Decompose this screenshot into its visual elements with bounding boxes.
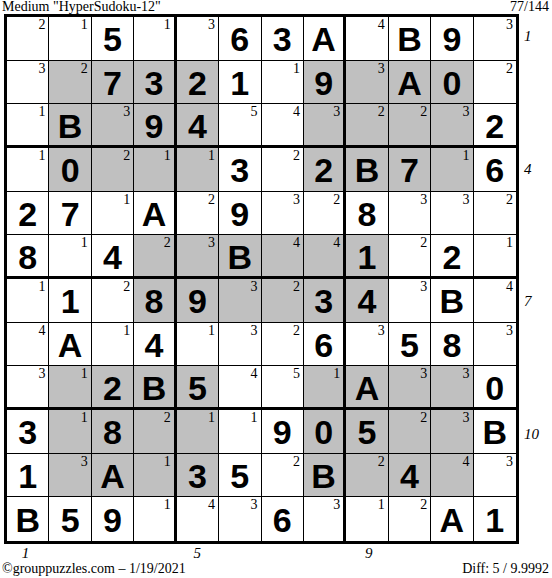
cell-r8c11[interactable]: 8 xyxy=(431,323,473,367)
cell-r4c12[interactable]: 6 xyxy=(474,148,516,192)
cell-r6c8[interactable]: 4 xyxy=(304,235,346,279)
cell-r7c1[interactable]: 1 xyxy=(7,279,49,323)
cell-value: 5 xyxy=(346,410,387,453)
cell-r3c11[interactable]: 3 xyxy=(431,104,473,148)
cell-r6c9[interactable]: 1 xyxy=(346,235,388,279)
pencil-mark: 3 xyxy=(420,193,427,207)
cell-value: 0 xyxy=(474,366,516,407)
cell-value: B xyxy=(219,235,260,276)
cell-value: B xyxy=(304,454,343,497)
pencil-mark: 4 xyxy=(38,324,45,338)
cell-r5c1[interactable]: 2 xyxy=(7,192,49,236)
cell-r4c5[interactable]: 1 xyxy=(177,148,219,192)
pencil-mark: 2 xyxy=(81,62,88,76)
cell-r7c4[interactable]: 8 xyxy=(134,279,176,323)
copyright-text: ©grouppuzzles.com – 1/19/2021 xyxy=(2,561,186,576)
cell-value: A xyxy=(346,366,387,407)
pencil-mark: 1 xyxy=(506,236,513,250)
cell-r12c4[interactable]: 1 xyxy=(134,497,176,541)
cell-r11c10[interactable]: 4 xyxy=(389,454,431,498)
cell-r2c4[interactable]: 3 xyxy=(134,61,176,105)
pencil-mark: 2 xyxy=(420,105,427,119)
cell-value: 5 xyxy=(49,497,90,541)
cell-value: 5 xyxy=(389,323,430,366)
cell-value: B xyxy=(346,148,387,191)
cell-r8c6[interactable]: 3 xyxy=(219,323,261,367)
cell-r8c12[interactable]: 3 xyxy=(474,323,516,367)
cell-r6c6[interactable]: B xyxy=(219,235,261,279)
cell-r9c5[interactable]: 5 xyxy=(177,366,219,410)
pencil-mark: 2 xyxy=(123,149,130,163)
cell-r1c3[interactable]: 5 xyxy=(92,17,134,61)
pencil-mark: 1 xyxy=(208,411,215,425)
cell-r11c2[interactable]: 3 xyxy=(49,454,91,498)
cell-r12c1[interactable]: B xyxy=(7,497,49,541)
cell-r2c7[interactable]: 1 xyxy=(262,61,304,105)
pencil-mark: 1 xyxy=(208,324,215,338)
cell-r5c10[interactable]: 3 xyxy=(389,192,431,236)
cell-value: 2 xyxy=(304,148,343,191)
difficulty-text: Diff: 5 / 9.9992 xyxy=(462,561,549,576)
cell-r3c3[interactable]: 3 xyxy=(92,104,134,148)
cell-r7c10[interactable]: 3 xyxy=(389,279,431,323)
cell-value: B xyxy=(474,410,516,453)
cell-r2c10[interactable]: A xyxy=(389,61,431,105)
cell-r10c11[interactable]: 3 xyxy=(431,410,473,454)
cell-value: 5 xyxy=(219,454,260,497)
cell-value: B xyxy=(49,104,90,145)
pencil-mark: 3 xyxy=(251,324,258,338)
cell-r10c12[interactable]: B xyxy=(474,410,516,454)
pencil-mark: 2 xyxy=(293,455,300,469)
cell-r1c6[interactable]: 6 xyxy=(219,17,261,61)
cell-r6c2[interactable]: 1 xyxy=(49,235,91,279)
cell-r6c5[interactable]: 3 xyxy=(177,235,219,279)
cell-r4c8[interactable]: 2 xyxy=(304,148,346,192)
cell-r4c3[interactable]: 2 xyxy=(92,148,134,192)
pencil-mark: 1 xyxy=(81,411,88,425)
cell-r7c3[interactable]: 2 xyxy=(92,279,134,323)
cell-r2c5[interactable]: 2 xyxy=(177,61,219,105)
cell-value: 9 xyxy=(262,410,303,453)
cell-value: 0 xyxy=(304,410,343,453)
cell-r3c12[interactable]: 2 xyxy=(474,104,516,148)
cell-value: 3 xyxy=(177,454,218,497)
cell-r8c10[interactable]: 5 xyxy=(389,323,431,367)
pencil-mark: 3 xyxy=(463,367,470,381)
cell-value: 9 xyxy=(134,104,173,145)
cell-r2c9[interactable]: 3 xyxy=(346,61,388,105)
pencil-mark: 1 xyxy=(123,193,130,207)
row-label-1: 1 xyxy=(524,28,532,44)
cell-r12c8[interactable]: 3 xyxy=(304,497,346,541)
cell-r9c1[interactable]: 3 xyxy=(7,366,49,410)
cell-r8c1[interactable]: 4 xyxy=(7,323,49,367)
cell-r5c3[interactable]: 1 xyxy=(92,192,134,236)
pencil-mark: 1 xyxy=(164,498,171,512)
pencil-mark: 5 xyxy=(293,367,300,381)
cell-r7c5[interactable]: 9 xyxy=(177,279,219,323)
pencil-mark: 3 xyxy=(251,280,258,294)
pencil-mark: 3 xyxy=(463,193,470,207)
cell-value: 7 xyxy=(92,61,133,104)
pencil-mark: 3 xyxy=(420,280,427,294)
cell-value: 8 xyxy=(346,192,387,235)
pencil-mark: 1 xyxy=(123,324,130,338)
cell-r9c11[interactable]: 3 xyxy=(431,366,473,410)
cell-r10c1[interactable]: 3 xyxy=(7,410,49,454)
cell-value: 4 xyxy=(177,104,218,145)
cell-r4c11[interactable]: 1 xyxy=(431,148,473,192)
cell-value: 1 xyxy=(49,279,90,322)
cell-value: 1 xyxy=(346,235,387,276)
cell-r9c3[interactable]: 2 xyxy=(92,366,134,410)
pencil-mark: 3 xyxy=(463,105,470,119)
pencil-mark: 3 xyxy=(378,324,385,338)
pencil-mark: 4 xyxy=(506,280,513,294)
pencil-mark: 1 xyxy=(293,62,300,76)
cell-value: 6 xyxy=(304,323,343,366)
cell-r1c2[interactable]: 1 xyxy=(49,17,91,61)
pencil-mark: 4 xyxy=(333,236,340,250)
cell-r11c8[interactable]: B xyxy=(304,454,346,498)
pencil-mark: 2 xyxy=(293,149,300,163)
cell-r9c8[interactable]: 1 xyxy=(304,366,346,410)
cell-r5c2[interactable]: 7 xyxy=(49,192,91,236)
pencil-mark: 1 xyxy=(81,18,88,32)
cell-value: 0 xyxy=(49,148,90,191)
cell-r4c10[interactable]: 7 xyxy=(389,148,431,192)
col-label-1: 1 xyxy=(22,545,30,561)
cell-r11c1[interactable]: 1 xyxy=(7,454,49,498)
pencil-mark: 1 xyxy=(208,149,215,163)
cell-r8c2[interactable]: A xyxy=(49,323,91,367)
pencil-mark: 1 xyxy=(378,498,385,512)
cell-r11c9[interactable]: 2 xyxy=(346,454,388,498)
cell-value: 2 xyxy=(92,366,133,407)
cell-r6c10[interactable]: 2 xyxy=(389,235,431,279)
pencil-mark: 1 xyxy=(251,411,258,425)
cell-value: 4 xyxy=(346,279,387,322)
cell-value: 3 xyxy=(262,17,303,60)
cell-value: 8 xyxy=(134,279,173,322)
cell-value: B xyxy=(7,497,48,541)
pencil-mark: 4 xyxy=(463,455,470,469)
cell-r8c5[interactable]: 1 xyxy=(177,323,219,367)
cell-value: B xyxy=(431,279,472,322)
cell-r6c4[interactable]: 2 xyxy=(134,235,176,279)
cell-r1c12[interactable]: 3 xyxy=(474,17,516,61)
pencil-mark: 3 xyxy=(463,411,470,425)
cell-r3c6[interactable]: 5 xyxy=(219,104,261,148)
cell-r3c10[interactable]: 2 xyxy=(389,104,431,148)
pencil-mark: 3 xyxy=(506,455,513,469)
cell-value: 1 xyxy=(219,61,260,104)
cell-r11c12[interactable]: 3 xyxy=(474,454,516,498)
pencil-mark: 3 xyxy=(251,498,258,512)
cell-r12c2[interactable]: 5 xyxy=(49,497,91,541)
cell-r4c2[interactable]: 0 xyxy=(49,148,91,192)
cell-r1c5[interactable]: 3 xyxy=(177,17,219,61)
pencil-mark: 2 xyxy=(420,411,427,425)
cell-value: 4 xyxy=(92,235,133,276)
col-label-9: 9 xyxy=(365,545,373,561)
pencil-mark: 3 xyxy=(506,324,513,338)
cell-r2c12[interactable]: 2 xyxy=(474,61,516,105)
cell-r5c6[interactable]: 9 xyxy=(219,192,261,236)
cell-r2c8[interactable]: 9 xyxy=(304,61,346,105)
cell-r2c11[interactable]: 0 xyxy=(431,61,473,105)
cell-value: 9 xyxy=(219,192,260,235)
cell-r8c9[interactable]: 3 xyxy=(346,323,388,367)
pencil-mark: 1 xyxy=(164,455,171,469)
cell-r10c2[interactable]: 1 xyxy=(49,410,91,454)
cell-value: 3 xyxy=(134,61,173,104)
cell-r2c6[interactable]: 1 xyxy=(219,61,261,105)
pencil-mark: 3 xyxy=(208,18,215,32)
pencil-mark: 4 xyxy=(293,236,300,250)
pencil-mark: 2 xyxy=(506,193,513,207)
cell-r11c4[interactable]: 1 xyxy=(134,454,176,498)
cell-r6c7[interactable]: 4 xyxy=(262,235,304,279)
cell-value: 6 xyxy=(474,148,516,191)
cell-r1c8[interactable]: A xyxy=(304,17,346,61)
pencil-mark: 2 xyxy=(378,455,385,469)
cell-value: 0 xyxy=(431,61,472,104)
pencil-mark: 4 xyxy=(251,367,258,381)
cell-r3c5[interactable]: 4 xyxy=(177,104,219,148)
cell-value: 8 xyxy=(7,235,48,276)
cell-r11c5[interactable]: 3 xyxy=(177,454,219,498)
cell-r6c3[interactable]: 4 xyxy=(92,235,134,279)
cell-r3c2[interactable]: B xyxy=(49,104,91,148)
cell-r12c5[interactable]: 4 xyxy=(177,497,219,541)
cell-r3c4[interactable]: 9 xyxy=(134,104,176,148)
pencil-mark: 3 xyxy=(506,18,513,32)
cell-r1c7[interactable]: 3 xyxy=(262,17,304,61)
cell-r12c12[interactable]: 1 xyxy=(474,497,516,541)
cell-r9c4[interactable]: B xyxy=(134,366,176,410)
cell-r11c6[interactable]: 5 xyxy=(219,454,261,498)
cell-r2c2[interactable]: 2 xyxy=(49,61,91,105)
cell-value: B xyxy=(134,366,173,407)
pencil-mark: 5 xyxy=(251,105,258,119)
cell-r5c5[interactable]: 2 xyxy=(177,192,219,236)
pencil-mark: 1 xyxy=(81,367,88,381)
cell-r2c3[interactable]: 7 xyxy=(92,61,134,105)
col-label-5: 5 xyxy=(193,545,201,561)
pencil-mark: 1 xyxy=(463,149,470,163)
cell-value: 2 xyxy=(177,61,218,104)
cell-r12c3[interactable]: 9 xyxy=(92,497,134,541)
cell-r7c8[interactable]: 3 xyxy=(304,279,346,323)
cell-value: 2 xyxy=(431,235,472,276)
row-label-10: 10 xyxy=(524,426,539,442)
cell-value: 3 xyxy=(304,279,343,322)
puzzle-header: Medium "HyperSudoku-12" 77/144 xyxy=(2,0,549,14)
cell-r3c9[interactable]: 2 xyxy=(346,104,388,148)
cell-r10c3[interactable]: 8 xyxy=(92,410,134,454)
pencil-mark: 1 xyxy=(38,105,45,119)
cell-r7c11[interactable]: B xyxy=(431,279,473,323)
cell-r9c2[interactable]: 1 xyxy=(49,366,91,410)
pencil-mark: 1 xyxy=(38,280,45,294)
cell-r1c4[interactable]: 1 xyxy=(134,17,176,61)
cell-r7c7[interactable]: 2 xyxy=(262,279,304,323)
cell-r11c3[interactable]: A xyxy=(92,454,134,498)
cell-value: 1 xyxy=(474,497,516,541)
cell-value: 2 xyxy=(7,192,48,235)
cell-r12c6[interactable]: 3 xyxy=(219,497,261,541)
cell-r5c9[interactable]: 8 xyxy=(346,192,388,236)
pencil-mark: 1 xyxy=(81,236,88,250)
cell-r10c10[interactable]: 2 xyxy=(389,410,431,454)
row-label-7: 7 xyxy=(524,293,532,309)
cell-r6c1[interactable]: 8 xyxy=(7,235,49,279)
cell-value: 5 xyxy=(177,366,218,407)
pencil-mark: 2 xyxy=(333,193,340,207)
cell-r9c7[interactable]: 5 xyxy=(262,366,304,410)
cell-r4c4[interactable]: 1 xyxy=(134,148,176,192)
cell-value: 9 xyxy=(431,17,472,60)
cell-r5c7[interactable]: 3 xyxy=(262,192,304,236)
puzzle-title: Medium "HyperSudoku-12" xyxy=(2,0,161,13)
cell-r9c6[interactable]: 4 xyxy=(219,366,261,410)
cell-value: 9 xyxy=(177,279,218,322)
cell-r2c1[interactable]: 3 xyxy=(7,61,49,105)
cell-value: A xyxy=(92,454,133,497)
cell-value: A xyxy=(304,17,343,60)
pencil-mark: 3 xyxy=(123,105,130,119)
cell-value: 4 xyxy=(134,323,173,366)
pencil-mark: 4 xyxy=(208,498,215,512)
pencil-mark: 3 xyxy=(293,193,300,207)
cell-r7c2[interactable]: 1 xyxy=(49,279,91,323)
cell-value: 7 xyxy=(389,148,430,191)
cell-r10c7[interactable]: 9 xyxy=(262,410,304,454)
pencil-mark: 2 xyxy=(420,498,427,512)
pencil-mark: 2 xyxy=(38,18,45,32)
cell-value: A xyxy=(431,497,472,541)
cell-value: 8 xyxy=(92,410,133,453)
pencil-mark: 2 xyxy=(164,236,171,250)
cell-r5c8[interactable]: 2 xyxy=(304,192,346,236)
cell-r10c6[interactable]: 1 xyxy=(219,410,261,454)
cell-r10c5[interactable]: 1 xyxy=(177,410,219,454)
pencil-mark: 2 xyxy=(378,105,385,119)
cell-r1c9[interactable]: 4 xyxy=(346,17,388,61)
pencil-mark: 4 xyxy=(378,18,385,32)
cell-r12c7[interactable]: 6 xyxy=(262,497,304,541)
pencil-mark: 2 xyxy=(293,280,300,294)
cell-r10c8[interactable]: 0 xyxy=(304,410,346,454)
cell-value: 3 xyxy=(7,410,48,453)
cell-value: 1 xyxy=(7,454,48,497)
cell-r6c11[interactable]: 2 xyxy=(431,235,473,279)
row-label-4: 4 xyxy=(524,161,532,177)
cell-r5c11[interactable]: 3 xyxy=(431,192,473,236)
cell-value: 7 xyxy=(49,192,90,235)
pencil-mark: 3 xyxy=(208,236,215,250)
cell-r5c4[interactable]: A xyxy=(134,192,176,236)
cell-r9c12[interactable]: 0 xyxy=(474,366,516,410)
cell-value: 8 xyxy=(431,323,472,366)
puzzle-footer: ©grouppuzzles.com – 1/19/2021 Diff: 5 / … xyxy=(2,561,549,576)
puzzle-counter: 77/144 xyxy=(510,0,549,13)
sudoku-board: 2151363A4B93327321193A021B39454322321021… xyxy=(4,14,519,544)
cell-r4c6[interactable]: 3 xyxy=(219,148,261,192)
cell-r7c12[interactable]: 4 xyxy=(474,279,516,323)
cell-r3c7[interactable]: 4 xyxy=(262,104,304,148)
cell-value: A xyxy=(134,192,173,235)
cell-r9c9[interactable]: A xyxy=(346,366,388,410)
cell-r4c7[interactable]: 2 xyxy=(262,148,304,192)
cell-r1c1[interactable]: 2 xyxy=(7,17,49,61)
cell-r8c7[interactable]: 2 xyxy=(262,323,304,367)
pencil-mark: 1 xyxy=(164,149,171,163)
cell-value: 9 xyxy=(304,61,343,104)
cell-r8c4[interactable]: 4 xyxy=(134,323,176,367)
cell-r10c9[interactable]: 5 xyxy=(346,410,388,454)
pencil-mark: 1 xyxy=(333,367,340,381)
pencil-mark: 2 xyxy=(123,280,130,294)
cell-value: 2 xyxy=(474,104,516,145)
cell-r12c9[interactable]: 1 xyxy=(346,497,388,541)
cell-value: 9 xyxy=(92,497,133,541)
cell-r11c7[interactable]: 2 xyxy=(262,454,304,498)
cell-r7c9[interactable]: 4 xyxy=(346,279,388,323)
pencil-mark: 1 xyxy=(38,149,45,163)
cell-r9c10[interactable]: 3 xyxy=(389,366,431,410)
pencil-mark: 3 xyxy=(378,62,385,76)
cell-r8c8[interactable]: 6 xyxy=(304,323,346,367)
cell-value: B xyxy=(389,17,430,60)
cell-r11c11[interactable]: 4 xyxy=(431,454,473,498)
cell-r12c10[interactable]: 2 xyxy=(389,497,431,541)
cell-r6c12[interactable]: 1 xyxy=(474,235,516,279)
pencil-mark: 2 xyxy=(293,324,300,338)
cell-value: 3 xyxy=(219,148,260,191)
puzzle-page: Medium "HyperSudoku-12" 77/144 2151363A4… xyxy=(0,0,552,578)
cell-r10c4[interactable]: 2 xyxy=(134,410,176,454)
cell-value: 4 xyxy=(389,454,430,497)
cell-r5c12[interactable]: 2 xyxy=(474,192,516,236)
pencil-mark: 2 xyxy=(208,193,215,207)
cell-r1c10[interactable]: B xyxy=(389,17,431,61)
pencil-mark: 3 xyxy=(38,367,45,381)
cell-r8c3[interactable]: 1 xyxy=(92,323,134,367)
cell-value: 5 xyxy=(92,17,133,60)
cell-r4c1[interactable]: 1 xyxy=(7,148,49,192)
pencil-mark: 3 xyxy=(333,105,340,119)
cell-r3c8[interactable]: 3 xyxy=(304,104,346,148)
cell-r3c1[interactable]: 1 xyxy=(7,104,49,148)
pencil-mark: 2 xyxy=(506,62,513,76)
cell-value: A xyxy=(389,61,430,104)
cell-value: A xyxy=(49,323,90,366)
cell-r12c11[interactable]: A xyxy=(431,497,473,541)
cell-r1c11[interactable]: 9 xyxy=(431,17,473,61)
pencil-mark: 3 xyxy=(333,498,340,512)
pencil-mark: 3 xyxy=(420,367,427,381)
pencil-mark: 3 xyxy=(38,62,45,76)
pencil-mark: 2 xyxy=(420,236,427,250)
cell-r4c9[interactable]: B xyxy=(346,148,388,192)
cell-value: 6 xyxy=(219,17,260,60)
cell-r7c6[interactable]: 3 xyxy=(219,279,261,323)
pencil-mark: 2 xyxy=(164,411,171,425)
pencil-mark: 3 xyxy=(81,455,88,469)
